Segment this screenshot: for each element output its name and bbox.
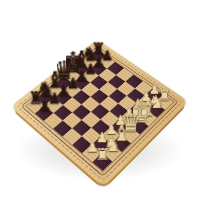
chess-board: ♜♞♝♛♚♝♞♜♟♟♟♟♟♟♟♟♟♟♟♟♟♟♟♟♜♞♝♛♚♝♞♜ (11, 40, 189, 188)
board-frame: ♜♞♝♛♚♝♞♜♟♟♟♟♟♟♟♟♟♟♟♟♟♟♟♟♜♞♝♛♚♝♞♜ (11, 40, 189, 188)
white-rook[interactable]: ♜ (95, 127, 109, 162)
perspective-scene: ♜♞♝♛♚♝♞♜♟♟♟♟♟♟♟♟♟♟♟♟♟♟♟♟♜♞♝♛♚♝♞♜ (0, 0, 200, 200)
board-pieces: ♜♞♝♛♚♝♞♜♟♟♟♟♟♟♟♟♟♟♟♟♟♟♟♟♜♞♝♛♚♝♞♜ (26, 50, 173, 171)
chess-set-photo: ♜♞♝♛♚♝♞♜♟♟♟♟♟♟♟♟♟♟♟♟♟♟♟♟♜♞♝♛♚♝♞♜ (0, 0, 200, 200)
black-pawn[interactable]: ♟ (37, 76, 52, 113)
